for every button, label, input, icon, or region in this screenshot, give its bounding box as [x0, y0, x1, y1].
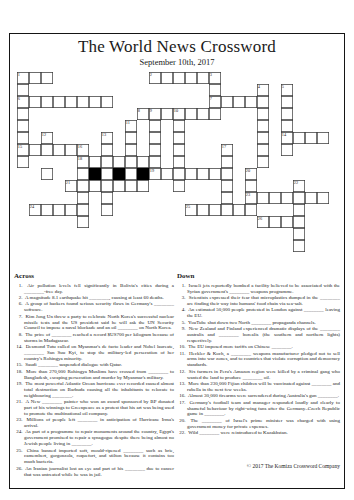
cell-number: 1 [18, 72, 20, 77]
across-clue-7: 7. Kim Jong Un threw a party to celebrat… [14, 314, 174, 332]
grid-cell[interactable] [305, 132, 317, 144]
grid-cell[interactable] [209, 204, 221, 216]
grid-cell[interactable]: 23 [245, 192, 257, 204]
grid-cell[interactable] [293, 228, 305, 240]
empty-cell [29, 168, 41, 180]
grid-cell[interactable] [173, 168, 185, 180]
empty-cell [53, 84, 65, 96]
clue-number: 25. [14, 448, 23, 454]
grid-cell[interactable] [281, 144, 293, 156]
grid-cell[interactable] [41, 96, 53, 108]
empty-cell [233, 156, 245, 168]
grid-cell[interactable] [173, 144, 185, 156]
grid-cell[interactable]: 15 [17, 144, 29, 156]
empty-cell [185, 156, 197, 168]
grid-cell[interactable] [149, 120, 161, 132]
grid-cell[interactable] [293, 216, 305, 228]
empty-cell [113, 216, 125, 228]
grid-cell[interactable]: 8 [137, 108, 149, 120]
empty-cell [89, 216, 101, 228]
grid-cell[interactable] [77, 168, 89, 180]
empty-cell [101, 240, 113, 252]
grid-cell[interactable] [161, 72, 173, 84]
grid-cell[interactable] [221, 192, 233, 204]
across-clue-18: 18. More than 270,000 Rohingya Muslims h… [14, 369, 174, 381]
empty-cell [41, 120, 53, 132]
clue-number: 17. [177, 400, 186, 406]
grid-cell[interactable] [41, 168, 53, 180]
empty-cell [65, 84, 77, 96]
empty-cell [125, 204, 137, 216]
down-clue-16: 16. Almost 30,000 firearms were surrende… [177, 393, 340, 399]
page-title: The World News Crossword [0, 37, 354, 57]
clue-number: 11. [177, 351, 186, 357]
clue-number: 9. [177, 326, 186, 332]
grid-cell[interactable]: 10 [173, 108, 185, 120]
grid-cell[interactable] [293, 204, 305, 216]
cell-number: 20 [246, 168, 250, 173]
empty-cell [185, 228, 197, 240]
empty-cell [149, 216, 161, 228]
empty-cell [17, 216, 29, 228]
empty-cell [233, 240, 245, 252]
grid-cell[interactable] [293, 192, 305, 204]
grid-cell[interactable] [101, 192, 113, 204]
grid-cell[interactable] [209, 108, 221, 120]
empty-cell [29, 192, 41, 204]
empty-cell [281, 156, 293, 168]
grid-cell[interactable]: 6 [17, 96, 29, 108]
grid-cell[interactable] [293, 240, 305, 252]
grid-cell[interactable] [257, 156, 269, 168]
copyright-notice: © 2017 The Komiza Crossword Company [247, 463, 340, 469]
empty-cell [269, 144, 281, 156]
empty-cell [209, 156, 221, 168]
grid-cell[interactable] [281, 108, 293, 120]
grid-cell[interactable]: 19 [149, 168, 161, 180]
empty-cell [293, 96, 305, 108]
grid-cell[interactable] [77, 216, 89, 228]
clue-number: 14. [14, 344, 23, 350]
grid-cell[interactable]: 9 [149, 108, 161, 120]
empty-cell [305, 216, 317, 228]
grid-cell[interactable]: 24 [29, 204, 41, 216]
empty-cell [65, 132, 77, 144]
grid-cell[interactable] [257, 144, 269, 156]
empty-cell [269, 156, 281, 168]
grid-cell[interactable] [245, 204, 257, 216]
grid-cell[interactable] [89, 96, 101, 108]
empty-cell [317, 84, 329, 96]
grid-cell[interactable] [197, 108, 209, 120]
empty-cell [149, 192, 161, 204]
down-header: Down [177, 272, 340, 280]
empty-cell [113, 72, 125, 84]
cell-number: 25 [186, 204, 190, 209]
grid-cell[interactable] [113, 180, 125, 192]
cell-number: 3 [210, 72, 212, 77]
empty-cell [161, 216, 173, 228]
cell-number: 26 [258, 216, 262, 221]
empty-cell [269, 180, 281, 192]
down-clue-5: 5. YouTube shut down two North ________ … [177, 320, 340, 326]
empty-cell [77, 228, 89, 240]
grid-cell[interactable] [17, 156, 29, 168]
grid-cell[interactable] [257, 132, 269, 144]
grid-cell[interactable] [113, 156, 125, 168]
empty-cell [125, 192, 137, 204]
empty-cell [197, 84, 209, 96]
empty-cell [209, 120, 221, 132]
down-clue-1: 1. Israeli jets reportedly bombed a faci… [177, 283, 340, 295]
empty-cell [29, 228, 41, 240]
empty-cell [245, 120, 257, 132]
grid-cell[interactable] [65, 204, 77, 216]
grid-cell[interactable] [185, 72, 197, 84]
grid-cell[interactable] [257, 96, 269, 108]
empty-cell [41, 192, 53, 204]
empty-cell [173, 228, 185, 240]
grid-cell[interactable] [257, 108, 269, 120]
grid-cell[interactable] [173, 156, 185, 168]
empty-cell [161, 228, 173, 240]
grid-cell[interactable] [77, 204, 89, 216]
empty-cell [185, 192, 197, 204]
empty-cell [137, 216, 149, 228]
empty-cell [257, 240, 269, 252]
empty-cell [281, 72, 293, 84]
empty-cell [317, 204, 329, 216]
empty-cell [137, 120, 149, 132]
grid-cell[interactable] [281, 192, 293, 204]
empty-cell [269, 204, 281, 216]
empty-cell [125, 96, 137, 108]
grid-cell[interactable] [89, 156, 101, 168]
empty-cell [305, 156, 317, 168]
empty-cell [101, 120, 113, 132]
empty-cell [113, 120, 125, 132]
clue-number: 1. [14, 283, 23, 289]
grid-cell[interactable] [149, 144, 161, 156]
empty-cell [149, 240, 161, 252]
empty-cell [53, 156, 65, 168]
cell-number: 9 [150, 108, 152, 113]
grid-cell[interactable]: 26 [257, 216, 269, 228]
empty-cell [305, 144, 317, 156]
grid-cell[interactable] [17, 108, 29, 120]
grid-cell[interactable] [41, 204, 53, 216]
empty-cell [233, 84, 245, 96]
empty-cell [197, 96, 209, 108]
empty-cell [233, 72, 245, 84]
empty-cell [101, 72, 113, 84]
clue-number: 1. [177, 283, 186, 289]
grid-cell[interactable] [281, 96, 293, 108]
grid-cell[interactable] [161, 108, 173, 120]
grid-cell[interactable] [293, 132, 305, 144]
empty-cell [65, 192, 77, 204]
grid-cell[interactable] [17, 132, 29, 144]
grid-cell[interactable] [41, 72, 53, 84]
empty-cell [137, 96, 149, 108]
grid-cell[interactable] [101, 96, 113, 108]
grid-cell[interactable] [77, 192, 89, 204]
empty-cell [53, 120, 65, 132]
grid-cell[interactable] [101, 180, 113, 192]
empty-cell [197, 120, 209, 132]
empty-cell [281, 240, 293, 252]
cell-number: 4 [258, 84, 260, 89]
grid-cell[interactable] [221, 168, 233, 180]
grid-cell[interactable] [281, 120, 293, 132]
grid-cell[interactable] [41, 144, 53, 156]
clue-number: 8. [14, 332, 23, 338]
empty-cell [125, 216, 137, 228]
grid-cell[interactable] [221, 156, 233, 168]
grid-cell[interactable] [137, 156, 149, 168]
empty-cell [317, 108, 329, 120]
empty-cell [281, 168, 293, 180]
grid-cell[interactable] [257, 120, 269, 132]
grid-cell[interactable] [101, 204, 113, 216]
grid-cell[interactable] [185, 168, 197, 180]
grid-cell[interactable]: 22 [293, 180, 305, 192]
empty-cell [269, 84, 281, 96]
grid-cell[interactable] [125, 132, 137, 144]
cell-number: 5 [282, 84, 284, 89]
empty-cell [77, 108, 89, 120]
grid-cell[interactable] [53, 96, 65, 108]
clue-number: 24. [14, 429, 23, 435]
grid-cell[interactable] [317, 132, 329, 144]
black-cell [137, 168, 149, 180]
grid-cell[interactable]: 17 [221, 144, 233, 156]
grid-cell[interactable] [137, 180, 149, 192]
grid-cell[interactable] [53, 204, 65, 216]
across-clue-list: Across 1. Air pollution levels fell sign… [14, 272, 174, 478]
empty-cell [89, 240, 101, 252]
grid-cell[interactable] [317, 192, 329, 204]
cell-number: 7 [210, 96, 212, 101]
empty-cell [317, 228, 329, 240]
empty-cell [233, 180, 245, 192]
grid-cell[interactable]: 12 [41, 132, 53, 144]
cell-number: 15 [18, 144, 22, 149]
empty-cell [161, 192, 173, 204]
grid-cell[interactable] [245, 96, 257, 108]
grid-cell[interactable]: 3 [209, 72, 221, 84]
empty-cell [197, 180, 209, 192]
grid-cell[interactable] [185, 108, 197, 120]
grid-cell[interactable] [101, 144, 113, 156]
grid-cell[interactable] [233, 96, 245, 108]
grid-cell[interactable] [197, 72, 209, 84]
empty-cell [17, 204, 29, 216]
empty-cell [161, 120, 173, 132]
empty-cell [65, 216, 77, 228]
empty-cell [293, 168, 305, 180]
empty-cell [89, 144, 101, 156]
empty-cell [41, 228, 53, 240]
grid-cell[interactable]: 7 [209, 96, 221, 108]
grid-cell[interactable] [209, 84, 221, 96]
grid-cell[interactable]: 5 [281, 84, 293, 96]
empty-cell [209, 216, 221, 228]
empty-cell [305, 84, 317, 96]
grid-cell[interactable] [65, 144, 77, 156]
empty-cell [113, 108, 125, 120]
empty-cell [317, 144, 329, 156]
black-cell [89, 168, 101, 180]
empty-cell [293, 120, 305, 132]
empty-cell [173, 192, 185, 204]
grid-cell[interactable] [77, 180, 89, 192]
empty-cell [173, 240, 185, 252]
empty-cell [149, 96, 161, 108]
grid-cell[interactable]: 13 [101, 132, 113, 144]
across-clue-14: 14. Desmond Tutu called on Myanmar's de … [14, 344, 174, 362]
grid-cell[interactable] [245, 180, 257, 192]
across-clue-8: 8. The price of ________ reached a recor… [14, 332, 174, 344]
grid-cell[interactable] [65, 96, 77, 108]
empty-cell [65, 168, 77, 180]
empty-cell [281, 180, 293, 192]
grid-cell[interactable] [257, 192, 269, 204]
grid-cell[interactable] [29, 96, 41, 108]
grid-cell[interactable] [101, 168, 113, 180]
grid-cell[interactable] [269, 216, 281, 228]
cell-number: 8 [138, 108, 140, 113]
empty-cell [137, 144, 149, 156]
clue-number: 26. [14, 466, 23, 472]
empty-cell [269, 108, 281, 120]
empty-cell [173, 216, 185, 228]
grid-cell[interactable] [125, 168, 137, 180]
empty-cell [53, 168, 65, 180]
empty-cell [89, 132, 101, 144]
empty-cell [233, 108, 245, 120]
grid-cell[interactable] [233, 204, 245, 216]
black-cell [113, 168, 125, 180]
grid-cell[interactable]: 2 [149, 72, 161, 84]
grid-cell[interactable] [53, 144, 65, 156]
grid-cell[interactable]: 1 [17, 72, 29, 84]
grid-cell[interactable]: 25 [185, 204, 197, 216]
cell-number: 24 [30, 204, 34, 209]
grid-cell[interactable] [173, 120, 185, 132]
grid-cell[interactable] [173, 180, 185, 192]
empty-cell [317, 96, 329, 108]
grid-cell[interactable]: 20 [245, 168, 257, 180]
down-clue-4: 4. An estimated 50,000 people protested … [177, 307, 340, 319]
grid-cell[interactable]: 4 [257, 84, 269, 96]
grid-cell[interactable] [101, 156, 113, 168]
down-clue-3: 3. Scientists expressed their fear that … [177, 295, 340, 307]
empty-cell [29, 180, 41, 192]
grid-cell[interactable] [221, 204, 233, 216]
cell-number: 13 [102, 132, 106, 137]
empty-cell [233, 132, 245, 144]
grid-cell[interactable] [161, 168, 173, 180]
across-header: Across [14, 272, 174, 280]
empty-cell [137, 132, 149, 144]
grid-cell[interactable] [149, 156, 161, 168]
empty-cell [125, 84, 137, 96]
grid-cell[interactable] [17, 84, 29, 96]
grid-cell[interactable] [125, 180, 137, 192]
clue-number: 2. [14, 295, 23, 301]
empty-cell [305, 240, 317, 252]
empty-cell [149, 228, 161, 240]
grid-cell[interactable]: 18 [77, 156, 89, 168]
grid-cell[interactable]: 11 [125, 120, 137, 132]
crossword-page: The World News Crossword September 10th,… [0, 0, 354, 500]
grid-cell[interactable]: 21 [65, 180, 77, 192]
grid-cell[interactable] [305, 192, 317, 204]
grid-cell[interactable] [197, 204, 209, 216]
empty-cell [161, 84, 173, 96]
empty-cell [233, 144, 245, 156]
empty-cell [317, 180, 329, 192]
grid-cell[interactable] [29, 72, 41, 84]
empty-cell [29, 132, 41, 144]
across-clue-1: 1. Air pollution levels fell significant… [14, 283, 174, 295]
clue-number: 12. [177, 369, 186, 375]
across-clue-2: 2. A magnitude 8.1 earthquake hit ______… [14, 295, 174, 301]
empty-cell [17, 228, 29, 240]
grid-cell[interactable] [173, 72, 185, 84]
grid-cell[interactable] [29, 144, 41, 156]
across-clue-23: 23. Millions of people left ________ in … [14, 417, 174, 429]
grid-cell[interactable] [173, 132, 185, 144]
cell-number: 11 [126, 120, 130, 125]
empty-cell [221, 240, 233, 252]
empty-cell [89, 204, 101, 216]
grid-cell[interactable] [125, 156, 137, 168]
grid-cell[interactable]: 16 [77, 144, 89, 156]
grid-cell[interactable] [281, 216, 293, 228]
empty-cell [317, 240, 329, 252]
grid-cell[interactable]: 14 [281, 132, 293, 144]
grid-cell[interactable] [17, 120, 29, 132]
empty-cell [233, 192, 245, 204]
grid-cell[interactable] [149, 132, 161, 144]
empty-cell [197, 228, 209, 240]
grid-cell[interactable] [77, 96, 89, 108]
empty-cell [233, 168, 245, 180]
grid-cell[interactable] [221, 180, 233, 192]
empty-cell [161, 240, 173, 252]
empty-cell [245, 72, 257, 84]
grid-cell[interactable] [209, 168, 221, 180]
empty-cell [113, 132, 125, 144]
empty-cell [89, 108, 101, 120]
grid-cell[interactable] [221, 96, 233, 108]
empty-cell [317, 216, 329, 228]
empty-cell [305, 108, 317, 120]
empty-cell [245, 132, 257, 144]
empty-cell [209, 132, 221, 144]
grid-cell[interactable] [269, 192, 281, 204]
grid-cell[interactable] [125, 144, 137, 156]
down-clue-9: 9. New Zealand and Finland experienced d… [177, 326, 340, 344]
empty-cell [29, 156, 41, 168]
empty-cell [221, 216, 233, 228]
grid-cell[interactable] [197, 168, 209, 180]
grid-cell[interactable] [89, 180, 101, 192]
empty-cell [257, 228, 269, 240]
empty-cell [137, 204, 149, 216]
